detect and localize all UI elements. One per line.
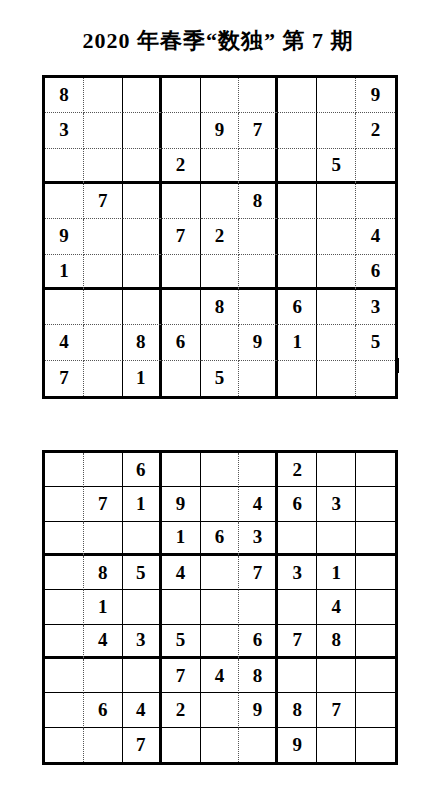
cell-r2c3 bbox=[123, 113, 162, 148]
cell-r2c2: 7 bbox=[84, 487, 123, 521]
cell-r1c1 bbox=[45, 453, 84, 487]
cell-r3c6 bbox=[239, 149, 278, 184]
cell-r4c6: 8 bbox=[239, 184, 278, 219]
cell-r7c3 bbox=[123, 290, 162, 325]
cell-r3c2 bbox=[84, 522, 123, 556]
cell-r2c9 bbox=[356, 487, 395, 521]
cell-r3c9 bbox=[356, 149, 395, 184]
cell-r9c6 bbox=[239, 361, 278, 396]
cell-r9c9 bbox=[356, 361, 395, 396]
cell-r4c9 bbox=[356, 184, 395, 219]
cell-r2c8: 3 bbox=[317, 487, 356, 521]
cell-r8c3: 8 bbox=[123, 325, 162, 360]
cell-r4c4: 4 bbox=[162, 556, 201, 590]
cell-r7c6 bbox=[239, 290, 278, 325]
cell-r1c4 bbox=[162, 78, 201, 113]
cell-r8c5 bbox=[201, 325, 240, 360]
cell-r4c7 bbox=[278, 184, 317, 219]
cell-r5c8 bbox=[317, 219, 356, 254]
cell-r4c1 bbox=[45, 556, 84, 590]
cell-r4c4 bbox=[162, 184, 201, 219]
cell-r7c5: 8 bbox=[201, 290, 240, 325]
cell-r5c6 bbox=[239, 590, 278, 624]
cell-r4c9 bbox=[356, 556, 395, 590]
cell-r5c1 bbox=[45, 590, 84, 624]
cell-r9c6 bbox=[239, 728, 278, 762]
cell-r2c3: 1 bbox=[123, 487, 162, 521]
cell-r3c8: 5 bbox=[317, 149, 356, 184]
cell-r6c8 bbox=[317, 255, 356, 290]
sudoku-grid-1: 8939722578972416863486915715 bbox=[42, 75, 398, 399]
cell-r1c7 bbox=[278, 78, 317, 113]
cell-r4c1 bbox=[45, 184, 84, 219]
cell-r5c4: 7 bbox=[162, 219, 201, 254]
page: 2020 年春季“数独” 第 7 期 893972257897241686348… bbox=[0, 0, 436, 792]
cell-r2c1 bbox=[45, 487, 84, 521]
cell-r3c3 bbox=[123, 522, 162, 556]
cell-r7c5: 4 bbox=[201, 659, 240, 693]
cell-r6c4: 5 bbox=[162, 625, 201, 659]
cell-r4c8: 1 bbox=[317, 556, 356, 590]
cell-r7c3 bbox=[123, 659, 162, 693]
cell-r5c5: 2 bbox=[201, 219, 240, 254]
cell-r7c1 bbox=[45, 290, 84, 325]
cell-r8c8: 7 bbox=[317, 693, 356, 727]
cell-r1c3: 6 bbox=[123, 453, 162, 487]
cell-r4c2: 7 bbox=[84, 184, 123, 219]
cell-r4c3: 5 bbox=[123, 556, 162, 590]
cell-r8c8 bbox=[317, 325, 356, 360]
cell-r4c8 bbox=[317, 184, 356, 219]
cell-r6c3: 3 bbox=[123, 625, 162, 659]
cell-r1c2 bbox=[84, 78, 123, 113]
cell-r6c9 bbox=[356, 625, 395, 659]
cell-r3c4: 1 bbox=[162, 522, 201, 556]
cell-r7c6: 8 bbox=[239, 659, 278, 693]
cell-r9c9 bbox=[356, 728, 395, 762]
cell-r8c4: 6 bbox=[162, 325, 201, 360]
cell-r1c5 bbox=[201, 453, 240, 487]
cell-r9c1 bbox=[45, 728, 84, 762]
cell-r3c6: 3 bbox=[239, 522, 278, 556]
cell-r2c6: 4 bbox=[239, 487, 278, 521]
cell-r2c5: 9 bbox=[201, 113, 240, 148]
cell-r6c4 bbox=[162, 255, 201, 290]
cell-r7c7 bbox=[278, 659, 317, 693]
cell-r1c8 bbox=[317, 78, 356, 113]
cell-r8c7: 8 bbox=[278, 693, 317, 727]
cell-r7c8 bbox=[317, 659, 356, 693]
cell-r7c8 bbox=[317, 290, 356, 325]
cell-r6c6: 6 bbox=[239, 625, 278, 659]
cell-r3c5 bbox=[201, 149, 240, 184]
cell-r9c1: 7 bbox=[45, 361, 84, 396]
text-cursor-mark bbox=[396, 358, 399, 373]
cell-r9c5 bbox=[201, 728, 240, 762]
cell-r1c3 bbox=[123, 78, 162, 113]
cell-r4c3 bbox=[123, 184, 162, 219]
cell-r5c9 bbox=[356, 590, 395, 624]
cell-r3c4: 2 bbox=[162, 149, 201, 184]
cell-r6c1: 1 bbox=[45, 255, 84, 290]
cell-r8c9: 5 bbox=[356, 325, 395, 360]
cell-r3c7 bbox=[278, 522, 317, 556]
cell-r7c4 bbox=[162, 290, 201, 325]
cell-r1c2 bbox=[84, 453, 123, 487]
cell-r6c6 bbox=[239, 255, 278, 290]
cell-r7c2 bbox=[84, 290, 123, 325]
cell-r5c7 bbox=[278, 590, 317, 624]
cell-r1c6 bbox=[239, 78, 278, 113]
cell-r6c8: 8 bbox=[317, 625, 356, 659]
cell-r8c1: 4 bbox=[45, 325, 84, 360]
cell-r8c1 bbox=[45, 693, 84, 727]
page-title: 2020 年春季“数独” 第 7 期 bbox=[0, 26, 436, 56]
cell-r9c4 bbox=[162, 361, 201, 396]
cell-r5c6 bbox=[239, 219, 278, 254]
cell-r9c7 bbox=[278, 361, 317, 396]
cell-r6c5 bbox=[201, 625, 240, 659]
cell-r8c3: 4 bbox=[123, 693, 162, 727]
cell-r5c4 bbox=[162, 590, 201, 624]
cell-r6c2: 4 bbox=[84, 625, 123, 659]
cell-r5c2 bbox=[84, 219, 123, 254]
cell-r7c7: 6 bbox=[278, 290, 317, 325]
cell-r2c7: 6 bbox=[278, 487, 317, 521]
cell-r2c5 bbox=[201, 487, 240, 521]
cell-r1c5 bbox=[201, 78, 240, 113]
cell-r4c2: 8 bbox=[84, 556, 123, 590]
cell-r9c3: 1 bbox=[123, 361, 162, 396]
cell-r9c2 bbox=[84, 728, 123, 762]
cell-r5c3 bbox=[123, 219, 162, 254]
cell-r8c5 bbox=[201, 693, 240, 727]
cell-r1c7: 2 bbox=[278, 453, 317, 487]
cell-r3c8 bbox=[317, 522, 356, 556]
cell-r8c2: 6 bbox=[84, 693, 123, 727]
cell-r7c4: 7 bbox=[162, 659, 201, 693]
cell-r3c7 bbox=[278, 149, 317, 184]
cell-r9c2 bbox=[84, 361, 123, 396]
cell-r5c5 bbox=[201, 590, 240, 624]
cell-r1c8 bbox=[317, 453, 356, 487]
cell-r5c2: 1 bbox=[84, 590, 123, 624]
cell-r2c6: 7 bbox=[239, 113, 278, 148]
cell-r8c2 bbox=[84, 325, 123, 360]
cell-r9c8 bbox=[317, 728, 356, 762]
cell-r2c2 bbox=[84, 113, 123, 148]
cell-r1c1: 8 bbox=[45, 78, 84, 113]
cell-r5c9: 4 bbox=[356, 219, 395, 254]
cell-r6c7 bbox=[278, 255, 317, 290]
cell-r5c8: 4 bbox=[317, 590, 356, 624]
cell-r9c3: 7 bbox=[123, 728, 162, 762]
cell-r1c6 bbox=[239, 453, 278, 487]
cell-r8c7: 1 bbox=[278, 325, 317, 360]
cell-r6c7: 7 bbox=[278, 625, 317, 659]
cell-r1c4 bbox=[162, 453, 201, 487]
cell-r4c7: 3 bbox=[278, 556, 317, 590]
cell-r3c9 bbox=[356, 522, 395, 556]
cell-r8c9 bbox=[356, 693, 395, 727]
cell-r3c1 bbox=[45, 149, 84, 184]
cell-r3c1 bbox=[45, 522, 84, 556]
cell-r9c8 bbox=[317, 361, 356, 396]
cell-r8c4: 2 bbox=[162, 693, 201, 727]
cell-r6c3 bbox=[123, 255, 162, 290]
cell-r6c2 bbox=[84, 255, 123, 290]
cell-r3c2 bbox=[84, 149, 123, 184]
cell-r8c6: 9 bbox=[239, 693, 278, 727]
cell-r5c1: 9 bbox=[45, 219, 84, 254]
cell-r7c9 bbox=[356, 659, 395, 693]
cell-r2c9: 2 bbox=[356, 113, 395, 148]
cell-r2c1: 3 bbox=[45, 113, 84, 148]
cell-r5c3 bbox=[123, 590, 162, 624]
cell-r2c8 bbox=[317, 113, 356, 148]
cell-r5c7 bbox=[278, 219, 317, 254]
sudoku-grid-2: 627194631638547311443567874864298779 bbox=[42, 450, 398, 765]
cell-r9c4 bbox=[162, 728, 201, 762]
cell-r1c9 bbox=[356, 453, 395, 487]
cell-r4c5 bbox=[201, 556, 240, 590]
cell-r2c7 bbox=[278, 113, 317, 148]
cell-r1c9: 9 bbox=[356, 78, 395, 113]
cell-r7c1 bbox=[45, 659, 84, 693]
cell-r3c3 bbox=[123, 149, 162, 184]
cell-r6c9: 6 bbox=[356, 255, 395, 290]
cell-r6c1 bbox=[45, 625, 84, 659]
cell-r2c4 bbox=[162, 113, 201, 148]
cell-r8c6: 9 bbox=[239, 325, 278, 360]
cell-r2c4: 9 bbox=[162, 487, 201, 521]
cell-r9c7: 9 bbox=[278, 728, 317, 762]
cell-r6c5 bbox=[201, 255, 240, 290]
cell-r4c5 bbox=[201, 184, 240, 219]
cell-r9c5: 5 bbox=[201, 361, 240, 396]
cell-r4c6: 7 bbox=[239, 556, 278, 590]
cell-r7c2 bbox=[84, 659, 123, 693]
cell-r3c5: 6 bbox=[201, 522, 240, 556]
cell-r7c9: 3 bbox=[356, 290, 395, 325]
